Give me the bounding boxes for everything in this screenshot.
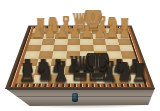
board-square: ♟ bbox=[80, 66, 95, 74]
chess-set-photo: ♜♞♝♛♚♝♞♜♟♟♟♟♟♟♟♟♟♟♟♟♟♟♟♟♜♞♝♛♚♝♞♜ bbox=[0, 0, 160, 111]
board-square bbox=[80, 58, 95, 66]
black-pawn: ♟ bbox=[34, 59, 49, 74]
board-square: ♟ bbox=[49, 66, 65, 74]
white-bishop: ♝ bbox=[92, 16, 104, 33]
white-queen: ♛ bbox=[68, 13, 80, 33]
board-square bbox=[120, 51, 136, 58]
board-square: ♚ bbox=[80, 74, 96, 83]
board-square: ♞ bbox=[32, 74, 50, 83]
board-square bbox=[93, 51, 108, 58]
board-square: ♟ bbox=[34, 66, 51, 74]
white-bishop: ♝ bbox=[56, 16, 68, 33]
board-square: ♝ bbox=[95, 74, 112, 83]
board-square bbox=[66, 51, 80, 58]
board-square: ♝ bbox=[48, 74, 65, 83]
box-front-panel bbox=[5, 88, 155, 106]
latch-knob-icon bbox=[72, 93, 78, 102]
black-pawn: ♟ bbox=[80, 59, 95, 74]
board-square bbox=[52, 51, 67, 58]
board-scene: ♜♞♝♛♚♝♞♜♟♟♟♟♟♟♟♟♟♟♟♟♟♟♟♟♜♞♝♛♚♝♞♜ bbox=[5, 0, 155, 89]
board-square bbox=[80, 51, 94, 58]
white-king: ♚ bbox=[80, 10, 92, 33]
white-knight: ♞ bbox=[44, 17, 56, 33]
board-square bbox=[122, 58, 139, 66]
board-square bbox=[108, 58, 124, 66]
board-frame: ♜♞♝♛♚♝♞♜♟♟♟♟♟♟♟♟♟♟♟♟♟♟♟♟♜♞♝♛♚♝♞♜ bbox=[5, 26, 155, 89]
black-pawn: ♟ bbox=[95, 59, 110, 74]
white-knight: ♞ bbox=[104, 17, 116, 33]
board-square: ♟ bbox=[65, 66, 80, 74]
board-square bbox=[38, 51, 53, 58]
board-square bbox=[36, 58, 52, 66]
black-pawn: ♟ bbox=[49, 59, 64, 74]
board-square: ♟ bbox=[124, 66, 141, 74]
chess-board: ♜♞♝♛♚♝♞♜♟♟♟♟♟♟♟♟♟♟♟♟♟♟♟♟♜♞♝♛♚♝♞♜ bbox=[5, 26, 155, 89]
board-grid: ♜♞♝♛♚♝♞♜♟♟♟♟♟♟♟♟♟♟♟♟♟♟♟♟♜♞♝♛♚♝♞♜ bbox=[16, 28, 144, 83]
board-square bbox=[65, 58, 80, 66]
board-square bbox=[51, 58, 66, 66]
black-pawn: ♟ bbox=[65, 59, 80, 74]
board-square: ♜ bbox=[126, 74, 144, 83]
board-square: ♛ bbox=[64, 74, 80, 83]
board-square bbox=[94, 58, 109, 66]
board-square: ♟ bbox=[95, 66, 111, 74]
